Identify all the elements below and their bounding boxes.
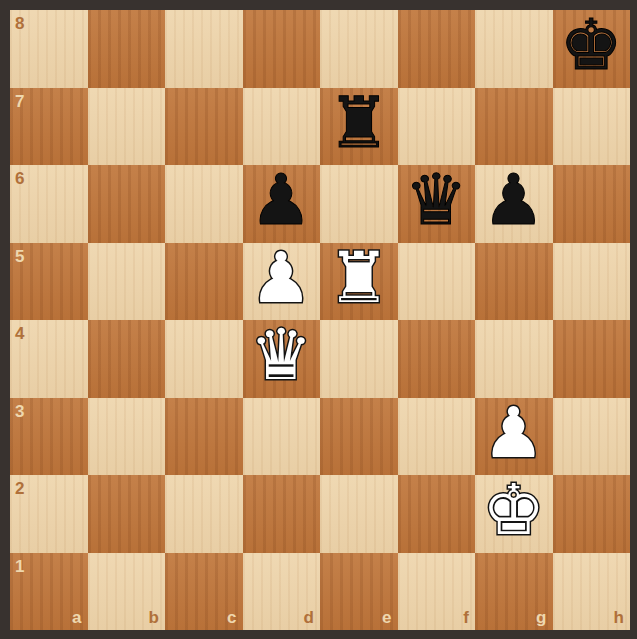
square-c7[interactable]: [165, 88, 243, 166]
square-f3[interactable]: [398, 398, 476, 476]
square-d1[interactable]: d: [243, 553, 321, 631]
rank-label-4: 4: [15, 325, 24, 342]
rank-label-2: 2: [15, 480, 24, 497]
black-king[interactable]: ♚: [560, 7, 623, 85]
square-c3[interactable]: [165, 398, 243, 476]
square-h6[interactable]: [553, 165, 631, 243]
square-g5[interactable]: [475, 243, 553, 321]
square-f6[interactable]: ♛: [398, 165, 476, 243]
black-rook[interactable]: ♜: [327, 85, 390, 163]
rank-label-8: 8: [15, 15, 24, 32]
rank-label-6: 6: [15, 170, 24, 187]
square-b2[interactable]: [88, 475, 166, 553]
square-g7[interactable]: [475, 88, 553, 166]
square-b6[interactable]: [88, 165, 166, 243]
white-rook[interactable]: ♜: [327, 240, 390, 318]
square-d7[interactable]: [243, 88, 321, 166]
square-a7[interactable]: 7: [10, 88, 88, 166]
rank-label-5: 5: [15, 248, 24, 265]
square-a1[interactable]: 1a: [10, 553, 88, 631]
square-b5[interactable]: [88, 243, 166, 321]
file-label-c: c: [227, 609, 236, 626]
square-a5[interactable]: 5: [10, 243, 88, 321]
square-f5[interactable]: [398, 243, 476, 321]
file-label-g: g: [536, 609, 546, 626]
square-b4[interactable]: [88, 320, 166, 398]
square-g4[interactable]: [475, 320, 553, 398]
white-queen[interactable]: ♛: [250, 317, 313, 395]
square-h8[interactable]: ♚: [553, 10, 631, 88]
black-pawn[interactable]: ♟: [482, 162, 545, 240]
square-c4[interactable]: [165, 320, 243, 398]
square-d4[interactable]: ♛: [243, 320, 321, 398]
white-pawn[interactable]: ♟: [482, 395, 545, 473]
square-a2[interactable]: 2: [10, 475, 88, 553]
square-a8[interactable]: 8: [10, 10, 88, 88]
file-label-a: a: [72, 609, 81, 626]
square-d2[interactable]: [243, 475, 321, 553]
square-g2[interactable]: ♚: [475, 475, 553, 553]
square-c2[interactable]: [165, 475, 243, 553]
square-f2[interactable]: [398, 475, 476, 553]
square-b7[interactable]: [88, 88, 166, 166]
square-e5[interactable]: ♜: [320, 243, 398, 321]
square-g3[interactable]: ♟: [475, 398, 553, 476]
square-e4[interactable]: [320, 320, 398, 398]
file-label-d: d: [304, 609, 314, 626]
square-g1[interactable]: g: [475, 553, 553, 631]
square-f8[interactable]: [398, 10, 476, 88]
square-c8[interactable]: [165, 10, 243, 88]
square-b1[interactable]: b: [88, 553, 166, 631]
square-f7[interactable]: [398, 88, 476, 166]
square-e1[interactable]: e: [320, 553, 398, 631]
white-pawn[interactable]: ♟: [250, 240, 313, 318]
square-c6[interactable]: [165, 165, 243, 243]
square-h2[interactable]: [553, 475, 631, 553]
file-label-h: h: [614, 609, 624, 626]
square-h5[interactable]: [553, 243, 631, 321]
square-a3[interactable]: 3: [10, 398, 88, 476]
rank-label-1: 1: [15, 558, 24, 575]
square-h1[interactable]: h: [553, 553, 631, 631]
square-h4[interactable]: [553, 320, 631, 398]
rank-label-3: 3: [15, 403, 24, 420]
square-f1[interactable]: f: [398, 553, 476, 631]
square-e8[interactable]: [320, 10, 398, 88]
rank-label-7: 7: [15, 93, 24, 110]
square-b8[interactable]: [88, 10, 166, 88]
square-h3[interactable]: [553, 398, 631, 476]
square-d6[interactable]: ♟: [243, 165, 321, 243]
square-a4[interactable]: 4: [10, 320, 88, 398]
square-e3[interactable]: [320, 398, 398, 476]
black-queen[interactable]: ♛: [405, 162, 468, 240]
square-e2[interactable]: [320, 475, 398, 553]
square-d5[interactable]: ♟: [243, 243, 321, 321]
square-c5[interactable]: [165, 243, 243, 321]
square-d8[interactable]: [243, 10, 321, 88]
square-b3[interactable]: [88, 398, 166, 476]
square-a6[interactable]: 6: [10, 165, 88, 243]
square-g8[interactable]: [475, 10, 553, 88]
black-pawn[interactable]: ♟: [250, 162, 313, 240]
board-frame: 8♚7♜6♟♛♟5♟♜4♛3♟2♚1abcdefgh: [0, 0, 637, 639]
file-label-b: b: [149, 609, 159, 626]
white-king[interactable]: ♚: [482, 472, 545, 550]
square-f4[interactable]: [398, 320, 476, 398]
square-e6[interactable]: [320, 165, 398, 243]
square-c1[interactable]: c: [165, 553, 243, 631]
file-label-f: f: [463, 609, 469, 626]
file-label-e: e: [382, 609, 391, 626]
chess-board: 8♚7♜6♟♛♟5♟♜4♛3♟2♚1abcdefgh: [10, 10, 630, 630]
square-e7[interactable]: ♜: [320, 88, 398, 166]
square-d3[interactable]: [243, 398, 321, 476]
square-h7[interactable]: [553, 88, 631, 166]
square-g6[interactable]: ♟: [475, 165, 553, 243]
